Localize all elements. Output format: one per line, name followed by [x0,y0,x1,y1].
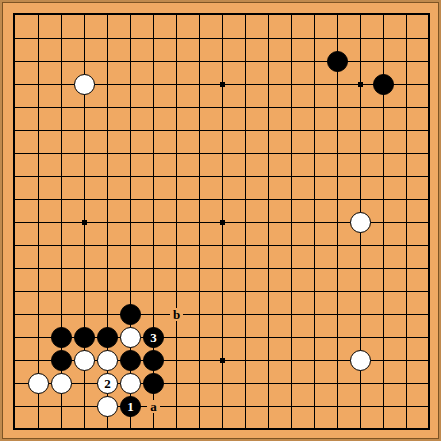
go-board: ab321 [0,0,441,441]
stone-black-G3 [143,373,164,394]
star-point [220,82,225,87]
stone-white-E3: 2 [97,373,118,394]
stone-white-F5 [120,327,141,348]
star-point [220,220,225,225]
stone-black-F4 [120,350,141,371]
grid-line-horizontal [15,291,430,292]
stone-white-E4 [97,350,118,371]
stone-black-C4 [51,350,72,371]
stone-white-E2 [97,396,118,417]
stone-black-C5 [51,327,72,348]
star-point [82,220,87,225]
grid-line-horizontal [15,245,430,246]
stone-black-F6 [120,304,141,325]
grid-line-horizontal [15,314,430,315]
grid-line-horizontal [15,268,430,269]
stone-white-D4 [74,350,95,371]
grid-line-vertical [337,15,338,430]
star-point [220,358,225,363]
stone-black-F2: 1 [120,396,141,417]
grid-line-vertical [314,15,315,430]
point-label-a: a [147,400,160,413]
point-label-b: b [170,308,183,321]
stone-white-Q4 [350,350,371,371]
stone-black-G5: 3 [143,327,164,348]
stone-black-D5 [74,327,95,348]
grid-line-vertical [245,15,246,430]
stone-black-R16 [373,74,394,95]
grid-line-vertical [268,15,269,430]
stone-white-B3 [28,373,49,394]
star-point [358,82,363,87]
grid-line-vertical [291,15,292,430]
stone-white-F3 [120,373,141,394]
stone-black-P17 [327,51,348,72]
stone-white-C3 [51,373,72,394]
grid-line-horizontal [15,383,430,384]
stone-white-D16 [74,74,95,95]
stone-white-Q10 [350,212,371,233]
stone-black-E5 [97,327,118,348]
stone-black-G4 [143,350,164,371]
grid-line-horizontal [15,406,430,407]
grid-line-vertical [406,15,407,430]
